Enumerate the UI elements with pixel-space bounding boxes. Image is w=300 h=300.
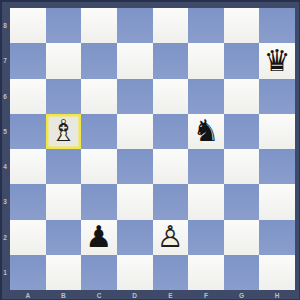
square-h6[interactable] — [259, 79, 295, 114]
file-label-e: E — [153, 290, 189, 300]
piece-outline-layer: ♙ — [157, 222, 184, 252]
square-d5[interactable] — [117, 114, 153, 149]
square-d4[interactable] — [117, 149, 153, 184]
file-label-c: C — [81, 290, 117, 300]
file-label-h: H — [259, 290, 295, 300]
square-e1[interactable] — [153, 255, 189, 290]
square-c5[interactable] — [81, 114, 117, 149]
square-a2[interactable] — [10, 220, 46, 255]
rank-label-7: 7 — [0, 43, 10, 78]
square-e2[interactable]: ♟♙ — [153, 220, 189, 255]
file-label-b: B — [46, 290, 82, 300]
square-b8[interactable] — [46, 8, 82, 43]
file-label-g: G — [224, 290, 260, 300]
square-a8[interactable] — [10, 8, 46, 43]
square-f8[interactable] — [188, 8, 224, 43]
square-h5[interactable] — [259, 114, 295, 149]
square-e6[interactable] — [153, 79, 189, 114]
square-e5[interactable] — [153, 114, 189, 149]
square-g6[interactable] — [224, 79, 260, 114]
square-e8[interactable] — [153, 8, 189, 43]
square-e4[interactable] — [153, 149, 189, 184]
square-c3[interactable] — [81, 184, 117, 219]
rank-label-8: 8 — [0, 8, 10, 43]
square-a5[interactable] — [10, 114, 46, 149]
white-pawn-piece[interactable]: ♟♙ — [157, 222, 184, 252]
square-b5[interactable]: ♝♗ — [46, 114, 82, 149]
square-a3[interactable] — [10, 184, 46, 219]
square-d1[interactable] — [117, 255, 153, 290]
square-c7[interactable] — [81, 43, 117, 78]
square-c4[interactable] — [81, 149, 117, 184]
square-g2[interactable] — [224, 220, 260, 255]
square-c1[interactable] — [81, 255, 117, 290]
rank-label-5: 5 — [0, 114, 10, 149]
square-f4[interactable] — [188, 149, 224, 184]
square-d2[interactable] — [117, 220, 153, 255]
square-g5[interactable] — [224, 114, 260, 149]
square-f3[interactable] — [188, 184, 224, 219]
square-d3[interactable] — [117, 184, 153, 219]
square-b4[interactable] — [46, 149, 82, 184]
rank-labels: 87654321 — [0, 8, 10, 290]
black-knight-piece[interactable]: ♞ — [192, 116, 219, 146]
square-f2[interactable] — [188, 220, 224, 255]
file-label-f: F — [188, 290, 224, 300]
square-h7[interactable]: ♛ — [259, 43, 295, 78]
square-a6[interactable] — [10, 79, 46, 114]
square-g3[interactable] — [224, 184, 260, 219]
black-queen-piece[interactable]: ♛ — [264, 46, 291, 76]
chess-board-window: 87654321 ABCDEFGH ♛♝♗♞♟♟♙ — [0, 0, 300, 300]
square-g1[interactable] — [224, 255, 260, 290]
square-d7[interactable] — [117, 43, 153, 78]
square-h3[interactable] — [259, 184, 295, 219]
square-a7[interactable] — [10, 43, 46, 78]
square-f1[interactable] — [188, 255, 224, 290]
square-g7[interactable] — [224, 43, 260, 78]
rank-label-6: 6 — [0, 79, 10, 114]
rank-label-1: 1 — [0, 255, 10, 290]
square-a1[interactable] — [10, 255, 46, 290]
square-f5[interactable]: ♞ — [188, 114, 224, 149]
square-g4[interactable] — [224, 149, 260, 184]
white-bishop-piece[interactable]: ♝♗ — [50, 116, 77, 146]
file-label-d: D — [117, 290, 153, 300]
file-label-a: A — [10, 290, 46, 300]
square-b6[interactable] — [46, 79, 82, 114]
square-h8[interactable] — [259, 8, 295, 43]
square-c8[interactable] — [81, 8, 117, 43]
square-d6[interactable] — [117, 79, 153, 114]
file-labels: ABCDEFGH — [10, 290, 295, 300]
square-b7[interactable] — [46, 43, 82, 78]
square-c6[interactable] — [81, 79, 117, 114]
square-h2[interactable] — [259, 220, 295, 255]
square-c2[interactable]: ♟ — [81, 220, 117, 255]
chess-board[interactable]: ♛♝♗♞♟♟♙ — [10, 8, 295, 290]
square-d8[interactable] — [117, 8, 153, 43]
square-g8[interactable] — [224, 8, 260, 43]
square-h1[interactable] — [259, 255, 295, 290]
square-b2[interactable] — [46, 220, 82, 255]
square-e3[interactable] — [153, 184, 189, 219]
black-pawn-piece[interactable]: ♟ — [86, 222, 113, 252]
square-b1[interactable] — [46, 255, 82, 290]
rank-label-2: 2 — [0, 220, 10, 255]
piece-outline-layer: ♗ — [50, 116, 77, 146]
square-b3[interactable] — [46, 184, 82, 219]
square-f6[interactable] — [188, 79, 224, 114]
square-f7[interactable] — [188, 43, 224, 78]
square-e7[interactable] — [153, 43, 189, 78]
rank-label-4: 4 — [0, 149, 10, 184]
rank-label-3: 3 — [0, 184, 10, 219]
square-a4[interactable] — [10, 149, 46, 184]
square-h4[interactable] — [259, 149, 295, 184]
